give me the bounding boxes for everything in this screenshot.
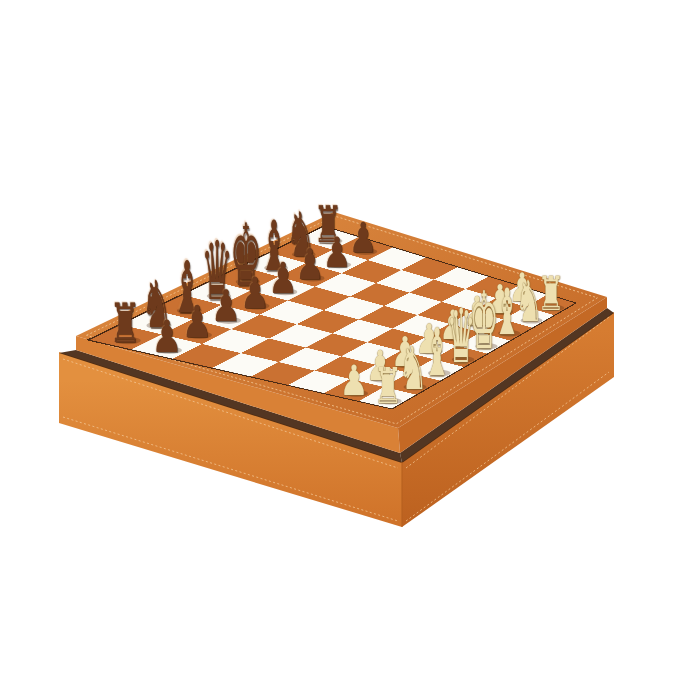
chess-set-product-photo: ♜♟♞♟♝♟♚♟♛♟♟♜♝♟♟♞♟♞♝♟♟♜♚♟♟♛♟♝♟♞♟♜ [0,0,700,700]
